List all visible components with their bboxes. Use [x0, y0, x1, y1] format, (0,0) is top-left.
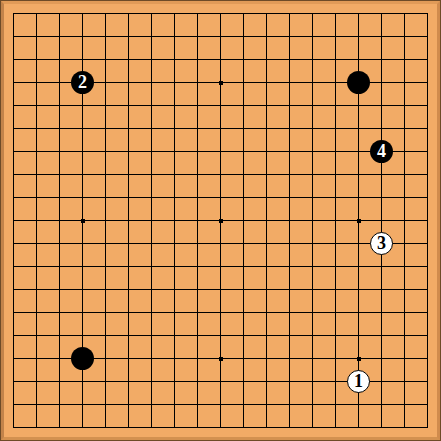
intersection[interactable] [25, 324, 48, 347]
intersection[interactable] [416, 416, 439, 439]
intersection[interactable] [255, 209, 278, 232]
intersection[interactable] [301, 71, 324, 94]
intersection[interactable] [94, 232, 117, 255]
intersection[interactable] [324, 209, 347, 232]
intersection[interactable] [48, 48, 71, 71]
intersection[interactable] [255, 301, 278, 324]
intersection[interactable] [48, 140, 71, 163]
intersection[interactable] [186, 347, 209, 370]
intersection[interactable] [163, 209, 186, 232]
intersection[interactable] [2, 255, 25, 278]
intersection[interactable] [209, 347, 232, 370]
intersection[interactable] [94, 347, 117, 370]
intersection[interactable] [232, 324, 255, 347]
intersection[interactable] [2, 117, 25, 140]
intersection[interactable] [324, 71, 347, 94]
intersection[interactable] [117, 324, 140, 347]
intersection[interactable] [255, 370, 278, 393]
intersection[interactable] [347, 232, 370, 255]
intersection[interactable] [117, 48, 140, 71]
intersection[interactable] [209, 393, 232, 416]
intersection[interactable] [25, 301, 48, 324]
intersection[interactable] [301, 140, 324, 163]
intersection[interactable] [347, 416, 370, 439]
intersection[interactable] [117, 117, 140, 140]
intersection[interactable] [186, 278, 209, 301]
intersection[interactable] [416, 301, 439, 324]
intersection[interactable] [94, 94, 117, 117]
intersection[interactable] [370, 94, 393, 117]
intersection[interactable] [25, 186, 48, 209]
intersection[interactable] [48, 25, 71, 48]
intersection[interactable] [163, 140, 186, 163]
intersection[interactable] [117, 140, 140, 163]
intersection[interactable] [301, 209, 324, 232]
intersection[interactable] [301, 255, 324, 278]
intersection[interactable] [2, 232, 25, 255]
intersection[interactable] [278, 393, 301, 416]
intersection[interactable] [2, 48, 25, 71]
intersection[interactable] [370, 301, 393, 324]
intersection[interactable] [94, 255, 117, 278]
intersection[interactable] [324, 232, 347, 255]
intersection[interactable] [255, 324, 278, 347]
intersection[interactable] [370, 2, 393, 25]
intersection[interactable] [324, 278, 347, 301]
intersection[interactable] [393, 163, 416, 186]
intersection[interactable] [416, 140, 439, 163]
intersection[interactable] [163, 25, 186, 48]
intersection[interactable] [71, 232, 94, 255]
intersection[interactable] [301, 393, 324, 416]
intersection[interactable] [347, 393, 370, 416]
intersection[interactable] [209, 94, 232, 117]
intersection[interactable] [416, 94, 439, 117]
intersection[interactable] [48, 232, 71, 255]
intersection[interactable] [94, 209, 117, 232]
intersection[interactable] [117, 94, 140, 117]
intersection[interactable] [163, 48, 186, 71]
intersection[interactable] [278, 209, 301, 232]
intersection[interactable] [393, 278, 416, 301]
intersection[interactable] [140, 393, 163, 416]
intersection[interactable] [71, 2, 94, 25]
intersection[interactable] [94, 416, 117, 439]
intersection[interactable] [140, 255, 163, 278]
intersection[interactable] [301, 94, 324, 117]
intersection[interactable] [347, 94, 370, 117]
intersection[interactable] [370, 71, 393, 94]
intersection[interactable] [301, 117, 324, 140]
intersection[interactable] [2, 2, 25, 25]
intersection[interactable] [2, 416, 25, 439]
intersection[interactable] [393, 370, 416, 393]
intersection[interactable] [301, 232, 324, 255]
intersection[interactable] [117, 347, 140, 370]
intersection[interactable] [255, 140, 278, 163]
intersection[interactable] [278, 71, 301, 94]
intersection[interactable] [347, 324, 370, 347]
intersection[interactable] [163, 232, 186, 255]
intersection[interactable] [255, 71, 278, 94]
intersection[interactable] [71, 370, 94, 393]
intersection[interactable] [347, 255, 370, 278]
intersection[interactable] [393, 255, 416, 278]
intersection[interactable] [370, 163, 393, 186]
intersection[interactable] [94, 393, 117, 416]
intersection[interactable] [140, 324, 163, 347]
intersection[interactable] [186, 301, 209, 324]
intersection[interactable] [48, 255, 71, 278]
intersection[interactable] [278, 416, 301, 439]
intersection[interactable] [25, 117, 48, 140]
intersection[interactable] [117, 255, 140, 278]
intersection[interactable] [71, 186, 94, 209]
intersection[interactable] [2, 278, 25, 301]
intersection[interactable] [25, 347, 48, 370]
intersection[interactable] [117, 209, 140, 232]
intersection[interactable] [278, 278, 301, 301]
intersection[interactable] [255, 393, 278, 416]
intersection[interactable] [255, 255, 278, 278]
intersection[interactable] [25, 209, 48, 232]
intersection[interactable] [140, 25, 163, 48]
intersection[interactable] [186, 416, 209, 439]
intersection[interactable] [393, 140, 416, 163]
intersection[interactable] [301, 2, 324, 25]
intersection[interactable] [255, 48, 278, 71]
intersection[interactable] [370, 117, 393, 140]
intersection[interactable] [25, 94, 48, 117]
intersection[interactable] [94, 163, 117, 186]
intersection[interactable] [117, 232, 140, 255]
intersection[interactable] [209, 370, 232, 393]
intersection[interactable] [278, 140, 301, 163]
intersection[interactable] [347, 347, 370, 370]
intersection[interactable] [393, 48, 416, 71]
intersection[interactable] [71, 278, 94, 301]
intersection[interactable] [301, 370, 324, 393]
intersection[interactable] [71, 209, 94, 232]
intersection[interactable] [209, 71, 232, 94]
intersection[interactable] [324, 48, 347, 71]
intersection[interactable] [324, 370, 347, 393]
intersection[interactable] [416, 209, 439, 232]
intersection[interactable] [393, 94, 416, 117]
intersection[interactable] [301, 301, 324, 324]
intersection[interactable] [232, 301, 255, 324]
intersection[interactable] [71, 163, 94, 186]
intersection[interactable] [117, 301, 140, 324]
intersection[interactable] [94, 370, 117, 393]
intersection[interactable] [209, 301, 232, 324]
intersection[interactable] [347, 301, 370, 324]
intersection[interactable] [393, 2, 416, 25]
intersection[interactable] [232, 163, 255, 186]
intersection[interactable] [163, 255, 186, 278]
intersection[interactable] [25, 278, 48, 301]
intersection[interactable] [416, 71, 439, 94]
intersection[interactable] [25, 255, 48, 278]
intersection[interactable] [186, 71, 209, 94]
intersection[interactable] [163, 186, 186, 209]
intersection[interactable] [94, 2, 117, 25]
intersection[interactable] [347, 48, 370, 71]
intersection[interactable] [416, 393, 439, 416]
intersection[interactable] [71, 117, 94, 140]
intersection[interactable] [94, 301, 117, 324]
intersection[interactable] [48, 2, 71, 25]
intersection[interactable] [278, 48, 301, 71]
intersection[interactable] [209, 117, 232, 140]
intersection[interactable] [370, 347, 393, 370]
intersection[interactable] [416, 2, 439, 25]
intersection[interactable] [301, 324, 324, 347]
intersection[interactable] [209, 278, 232, 301]
intersection[interactable] [232, 2, 255, 25]
intersection[interactable] [209, 209, 232, 232]
intersection[interactable] [186, 393, 209, 416]
intersection[interactable] [163, 370, 186, 393]
intersection[interactable]: 1 [347, 370, 370, 393]
intersection[interactable] [186, 232, 209, 255]
intersection[interactable] [2, 25, 25, 48]
intersection[interactable] [117, 416, 140, 439]
intersection[interactable] [48, 301, 71, 324]
intersection[interactable] [48, 393, 71, 416]
intersection[interactable] [370, 255, 393, 278]
intersection[interactable] [2, 140, 25, 163]
intersection[interactable] [370, 48, 393, 71]
intersection[interactable] [186, 163, 209, 186]
intersection[interactable] [278, 25, 301, 48]
intersection[interactable] [347, 186, 370, 209]
intersection[interactable] [163, 163, 186, 186]
intersection[interactable] [255, 278, 278, 301]
intersection[interactable] [94, 48, 117, 71]
intersection[interactable] [393, 416, 416, 439]
intersection[interactable] [278, 324, 301, 347]
intersection[interactable] [209, 140, 232, 163]
intersection[interactable] [2, 71, 25, 94]
intersection[interactable] [209, 2, 232, 25]
intersection[interactable] [163, 2, 186, 25]
intersection[interactable] [209, 255, 232, 278]
intersection[interactable] [324, 94, 347, 117]
intersection[interactable] [48, 163, 71, 186]
intersection[interactable] [416, 186, 439, 209]
intersection[interactable] [25, 71, 48, 94]
intersection[interactable] [117, 393, 140, 416]
intersection[interactable] [163, 94, 186, 117]
intersection[interactable] [163, 347, 186, 370]
intersection[interactable] [71, 48, 94, 71]
intersection[interactable] [140, 416, 163, 439]
intersection[interactable] [48, 278, 71, 301]
intersection[interactable] [163, 117, 186, 140]
intersection[interactable] [278, 347, 301, 370]
intersection[interactable] [163, 71, 186, 94]
intersection[interactable] [301, 347, 324, 370]
intersection[interactable] [416, 48, 439, 71]
intersection[interactable] [140, 301, 163, 324]
intersection[interactable] [324, 163, 347, 186]
intersection[interactable] [163, 278, 186, 301]
intersection[interactable] [71, 416, 94, 439]
intersection[interactable] [140, 163, 163, 186]
intersection[interactable] [416, 324, 439, 347]
intersection[interactable] [140, 209, 163, 232]
intersection[interactable] [232, 278, 255, 301]
intersection[interactable] [186, 209, 209, 232]
intersection[interactable] [370, 278, 393, 301]
intersection[interactable] [278, 2, 301, 25]
intersection[interactable] [186, 117, 209, 140]
intersection[interactable] [48, 209, 71, 232]
intersection[interactable] [370, 186, 393, 209]
intersection[interactable] [232, 255, 255, 278]
intersection[interactable] [2, 347, 25, 370]
intersection[interactable] [232, 25, 255, 48]
intersection[interactable] [416, 370, 439, 393]
intersection[interactable] [324, 347, 347, 370]
intersection[interactable] [347, 25, 370, 48]
intersection[interactable] [324, 186, 347, 209]
intersection[interactable] [255, 117, 278, 140]
intersection[interactable] [186, 2, 209, 25]
intersection[interactable] [2, 301, 25, 324]
intersection[interactable] [370, 393, 393, 416]
intersection[interactable] [140, 186, 163, 209]
intersection[interactable] [370, 324, 393, 347]
intersection[interactable] [48, 71, 71, 94]
intersection[interactable] [278, 94, 301, 117]
intersection[interactable] [324, 255, 347, 278]
intersection[interactable] [94, 140, 117, 163]
intersection[interactable] [393, 186, 416, 209]
intersection[interactable] [140, 278, 163, 301]
intersection[interactable] [163, 393, 186, 416]
intersection[interactable] [48, 324, 71, 347]
intersection[interactable] [25, 370, 48, 393]
intersection[interactable] [324, 301, 347, 324]
intersection[interactable] [25, 393, 48, 416]
intersection[interactable] [186, 25, 209, 48]
intersection[interactable] [94, 278, 117, 301]
intersection[interactable] [163, 301, 186, 324]
go-board[interactable]: 2431 [0, 0, 441, 441]
intersection[interactable] [324, 416, 347, 439]
intersection[interactable] [416, 255, 439, 278]
intersection[interactable] [48, 416, 71, 439]
intersection[interactable] [232, 209, 255, 232]
intersection[interactable] [71, 25, 94, 48]
intersection[interactable] [232, 140, 255, 163]
intersection[interactable] [48, 186, 71, 209]
intersection[interactable] [347, 117, 370, 140]
intersection[interactable] [140, 347, 163, 370]
intersection[interactable] [94, 25, 117, 48]
intersection[interactable] [324, 117, 347, 140]
intersection[interactable] [2, 370, 25, 393]
intersection[interactable] [416, 117, 439, 140]
intersection[interactable] [117, 71, 140, 94]
intersection[interactable] [117, 278, 140, 301]
intersection[interactable] [232, 370, 255, 393]
intersection[interactable] [278, 186, 301, 209]
intersection[interactable] [71, 347, 94, 370]
intersection[interactable] [94, 324, 117, 347]
intersection[interactable] [370, 25, 393, 48]
intersection[interactable] [25, 232, 48, 255]
intersection[interactable] [255, 232, 278, 255]
intersection[interactable] [278, 255, 301, 278]
intersection[interactable] [324, 140, 347, 163]
intersection[interactable] [71, 255, 94, 278]
intersection[interactable] [301, 163, 324, 186]
intersection[interactable] [255, 416, 278, 439]
intersection[interactable] [278, 117, 301, 140]
intersection[interactable] [301, 416, 324, 439]
intersection[interactable] [71, 140, 94, 163]
intersection[interactable] [301, 48, 324, 71]
intersection[interactable] [94, 117, 117, 140]
intersection[interactable] [393, 232, 416, 255]
intersection[interactable] [416, 278, 439, 301]
intersection[interactable] [2, 94, 25, 117]
intersection[interactable] [25, 163, 48, 186]
intersection[interactable] [232, 94, 255, 117]
intersection[interactable] [48, 347, 71, 370]
intersection[interactable] [25, 25, 48, 48]
intersection[interactable] [140, 2, 163, 25]
intersection[interactable] [186, 324, 209, 347]
intersection[interactable] [232, 71, 255, 94]
intersection[interactable] [48, 117, 71, 140]
intersection[interactable] [209, 324, 232, 347]
intersection[interactable] [25, 48, 48, 71]
intersection[interactable] [416, 25, 439, 48]
intersection[interactable] [71, 301, 94, 324]
intersection[interactable] [255, 186, 278, 209]
intersection[interactable] [255, 25, 278, 48]
intersection[interactable] [393, 347, 416, 370]
intersection[interactable] [347, 163, 370, 186]
intersection[interactable] [324, 25, 347, 48]
intersection[interactable] [48, 370, 71, 393]
intersection[interactable] [393, 301, 416, 324]
intersection[interactable] [370, 370, 393, 393]
intersection[interactable] [186, 48, 209, 71]
intersection[interactable] [209, 163, 232, 186]
intersection[interactable] [25, 140, 48, 163]
intersection[interactable] [347, 278, 370, 301]
intersection[interactable] [232, 232, 255, 255]
intersection[interactable] [163, 324, 186, 347]
intersection[interactable] [71, 94, 94, 117]
intersection[interactable] [232, 347, 255, 370]
intersection[interactable] [2, 163, 25, 186]
intersection[interactable] [140, 117, 163, 140]
intersection[interactable] [209, 48, 232, 71]
intersection[interactable] [347, 140, 370, 163]
intersection[interactable] [278, 232, 301, 255]
intersection[interactable] [117, 25, 140, 48]
intersection[interactable] [370, 416, 393, 439]
intersection[interactable] [416, 232, 439, 255]
intersection[interactable] [232, 416, 255, 439]
intersection[interactable] [324, 393, 347, 416]
